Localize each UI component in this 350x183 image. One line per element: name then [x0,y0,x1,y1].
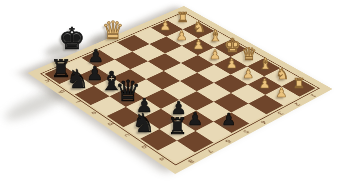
board-3d-plane: hgfedcba 12345678 [27,6,332,174]
board-apron: hgfedcba 12345678 [27,6,332,174]
rank-label-2: 2 [284,97,310,112]
rank-label-6: 6 [214,133,241,149]
rank-label-7: 7 [196,143,223,159]
rank-label-5: 5 [232,123,258,139]
chess-set-product-photo: hgfedcba 12345678 ♜♞♝♛♚♝♞♜♟♟♟♟♟♟♟♟♞♞♜♜♟♛… [0,0,350,183]
rank-label-8: 8 [177,152,204,169]
board-grid [44,14,315,163]
rank-label-4: 4 [250,114,276,129]
rank-label-1: 1 [300,88,326,102]
vinyl-chess-board: hgfedcba 12345678 [66,0,293,183]
rank-label-3: 3 [267,105,293,120]
